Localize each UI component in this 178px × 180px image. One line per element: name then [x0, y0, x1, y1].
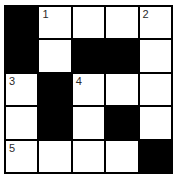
- block-cell-r0c0: [6, 7, 37, 38]
- cell-r4c0[interactable]: 5: [6, 141, 37, 172]
- block-cell-r3c3: [106, 107, 137, 138]
- cell-r3c2[interactable]: [73, 107, 104, 138]
- crossword-board: 12345: [4, 5, 173, 174]
- crossword-page: 12345: [0, 0, 178, 180]
- cell-r4c3[interactable]: [106, 141, 137, 172]
- clue-number-2: 2: [143, 8, 149, 20]
- cell-r0c1[interactable]: 1: [39, 7, 70, 38]
- cell-r4c2[interactable]: [73, 141, 104, 172]
- cell-r3c4[interactable]: [140, 107, 171, 138]
- cell-r1c4[interactable]: [140, 40, 171, 71]
- cell-r0c4[interactable]: 2: [140, 7, 171, 38]
- block-cell-r2c1: [39, 74, 70, 105]
- cell-r1c1[interactable]: [39, 40, 70, 71]
- cell-r4c1[interactable]: [39, 141, 70, 172]
- clue-number-4: 4: [76, 75, 82, 87]
- clue-number-5: 5: [9, 142, 15, 154]
- cell-r2c3[interactable]: [106, 74, 137, 105]
- cell-r2c0[interactable]: 3: [6, 74, 37, 105]
- block-cell-r1c3: [106, 40, 137, 71]
- block-cell-r4c4: [140, 141, 171, 172]
- cell-r0c3[interactable]: [106, 7, 137, 38]
- clue-number-3: 3: [9, 75, 15, 87]
- clue-number-1: 1: [42, 8, 48, 20]
- block-cell-r1c0: [6, 40, 37, 71]
- cell-r0c2[interactable]: [73, 7, 104, 38]
- block-cell-r1c2: [73, 40, 104, 71]
- cell-r2c2[interactable]: 4: [73, 74, 104, 105]
- block-cell-r3c1: [39, 107, 70, 138]
- cell-r2c4[interactable]: [140, 74, 171, 105]
- cell-r3c0[interactable]: [6, 107, 37, 138]
